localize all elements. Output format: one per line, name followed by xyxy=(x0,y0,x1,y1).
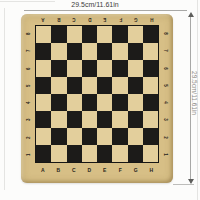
square-d5 xyxy=(82,77,97,94)
square-g1 xyxy=(128,145,143,162)
square-a2 xyxy=(36,128,51,145)
rank-labels-left: 87654321 xyxy=(24,25,33,163)
square-b1 xyxy=(51,145,66,162)
file-label-top-c: C xyxy=(66,16,82,24)
square-f3 xyxy=(112,111,127,128)
square-c4 xyxy=(67,94,82,111)
photo-edge-left xyxy=(4,8,5,190)
file-label-bottom-f: F xyxy=(113,165,129,175)
square-f4 xyxy=(112,94,127,111)
square-d4 xyxy=(82,94,97,111)
rank-label-right-8: 8 xyxy=(157,29,174,38)
square-e4 xyxy=(97,94,112,111)
rank-label-left-4: 4 xyxy=(20,98,37,107)
square-b6 xyxy=(51,60,66,77)
square-d7 xyxy=(82,43,97,60)
square-f1 xyxy=(112,145,127,162)
square-a5 xyxy=(36,77,51,94)
square-a6 xyxy=(36,60,51,77)
file-label-bottom-b: B xyxy=(51,165,67,175)
rank-label-right-7: 7 xyxy=(157,46,174,55)
rank-label-left-8: 8 xyxy=(20,29,37,38)
square-e1 xyxy=(97,145,112,162)
square-d8 xyxy=(82,26,97,43)
width-dimension-label: 29.5cm/11.61in xyxy=(30,0,160,9)
square-g3 xyxy=(128,111,143,128)
square-g2 xyxy=(128,128,143,145)
square-h1 xyxy=(143,145,158,162)
file-label-top-h: H xyxy=(144,16,160,24)
square-c6 xyxy=(67,60,82,77)
rank-label-right-3: 3 xyxy=(157,115,174,124)
file-label-top-b: B xyxy=(51,16,67,24)
square-b7 xyxy=(51,43,66,60)
rank-label-left-5: 5 xyxy=(20,81,37,90)
square-a4 xyxy=(36,94,51,111)
square-e7 xyxy=(97,43,112,60)
square-f7 xyxy=(112,43,127,60)
rank-label-right-6: 6 xyxy=(157,64,174,73)
rank-label-left-3: 3 xyxy=(20,115,37,124)
square-e3 xyxy=(97,111,112,128)
file-label-bottom-e: E xyxy=(97,165,113,175)
square-f2 xyxy=(112,128,127,145)
square-d6 xyxy=(82,60,97,77)
square-d2 xyxy=(82,128,97,145)
square-a1 xyxy=(36,145,51,162)
file-label-bottom-g: G xyxy=(128,165,144,175)
square-b8 xyxy=(51,26,66,43)
square-c5 xyxy=(67,77,82,94)
rank-label-right-1: 1 xyxy=(157,150,174,159)
square-e5 xyxy=(97,77,112,94)
square-d3 xyxy=(82,111,97,128)
rank-label-right-5: 5 xyxy=(157,81,174,90)
rank-labels-right: 87654321 xyxy=(161,25,170,163)
file-label-top-a: A xyxy=(35,16,51,24)
rank-label-left-6: 6 xyxy=(20,64,37,73)
square-b4 xyxy=(51,94,66,111)
square-f6 xyxy=(112,60,127,77)
square-e2 xyxy=(97,128,112,145)
square-a8 xyxy=(36,26,51,43)
file-labels-bottom: ABCDEFGH xyxy=(35,165,159,175)
square-b3 xyxy=(51,111,66,128)
square-h5 xyxy=(143,77,158,94)
square-c3 xyxy=(67,111,82,128)
chessboard: ABCDEFGH ABCDEFGH 87654321 87654321 xyxy=(21,14,173,183)
square-c7 xyxy=(67,43,82,60)
square-c2 xyxy=(67,128,82,145)
square-h8 xyxy=(143,26,158,43)
square-e8 xyxy=(97,26,112,43)
file-label-top-d: D xyxy=(82,16,98,24)
square-h4 xyxy=(143,94,158,111)
square-g4 xyxy=(128,94,143,111)
square-g5 xyxy=(128,77,143,94)
square-h3 xyxy=(143,111,158,128)
product-photo: 29.5cm/11.61in 29.5cm/11.61in ABCDEFGH A… xyxy=(0,0,200,200)
width-dimension-line xyxy=(24,10,187,11)
file-label-top-e: E xyxy=(97,16,113,24)
square-f5 xyxy=(112,77,127,94)
dimension-arrow-up-icon xyxy=(188,12,194,17)
square-h7 xyxy=(143,43,158,60)
file-labels-top: ABCDEFGH xyxy=(35,16,159,24)
square-h2 xyxy=(143,128,158,145)
file-label-bottom-c: C xyxy=(66,165,82,175)
square-g6 xyxy=(128,60,143,77)
rank-label-left-1: 1 xyxy=(20,150,37,159)
square-g7 xyxy=(128,43,143,60)
square-g8 xyxy=(128,26,143,43)
square-c1 xyxy=(67,145,82,162)
square-f8 xyxy=(112,26,127,43)
file-label-bottom-d: D xyxy=(82,165,98,175)
file-label-top-g: G xyxy=(128,16,144,24)
square-e6 xyxy=(97,60,112,77)
square-b2 xyxy=(51,128,66,145)
square-d1 xyxy=(82,145,97,162)
square-b5 xyxy=(51,77,66,94)
square-a3 xyxy=(36,111,51,128)
rank-label-right-4: 4 xyxy=(157,98,174,107)
rank-label-right-2: 2 xyxy=(157,133,174,142)
file-label-top-f: F xyxy=(113,16,129,24)
board-grid xyxy=(35,25,159,163)
dimension-extension-line xyxy=(173,184,194,185)
rank-label-left-7: 7 xyxy=(20,46,37,55)
file-label-bottom-h: H xyxy=(144,165,160,175)
square-a7 xyxy=(36,43,51,60)
file-label-bottom-a: A xyxy=(35,165,51,175)
square-c8 xyxy=(67,26,82,43)
rank-label-left-2: 2 xyxy=(20,133,37,142)
height-dimension-label: 29.5cm/11.61in xyxy=(189,33,199,153)
square-h6 xyxy=(143,60,158,77)
